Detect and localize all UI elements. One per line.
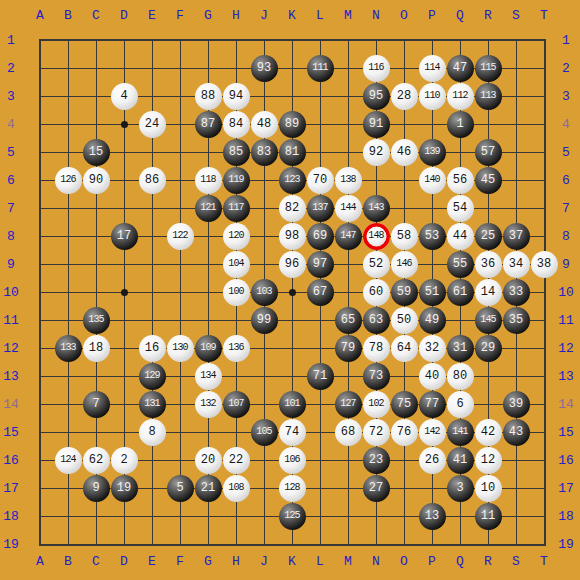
stone-R5: 57	[475, 139, 502, 166]
stone-M7: 144	[335, 195, 362, 222]
coordinate-label: 5	[562, 146, 570, 159]
coordinate-label: T	[540, 9, 548, 22]
stone-M8: 147	[335, 223, 362, 250]
stone-J2: 93	[251, 55, 278, 82]
coordinate-label: H	[232, 555, 240, 568]
coordinate-label: 6	[7, 174, 15, 187]
coordinate-label: 5	[7, 146, 15, 159]
stone-H12: 136	[223, 335, 250, 362]
coordinate-label: 9	[7, 258, 15, 271]
stone-C11: 135	[83, 307, 110, 334]
stone-H17: 108	[223, 475, 250, 502]
stone-J10: 103	[251, 279, 278, 306]
coordinate-label: 1	[562, 34, 570, 47]
stone-E14: 131	[139, 391, 166, 418]
stone-H5: 85	[223, 139, 250, 166]
stone-O3: 28	[391, 83, 418, 110]
stone-G13: 134	[195, 363, 222, 390]
stone-R17: 10	[475, 475, 502, 502]
stone-K17: 128	[279, 475, 306, 502]
stone-H9: 104	[223, 251, 250, 278]
stone-O8: 58	[391, 223, 418, 250]
stone-K5: 81	[279, 139, 306, 166]
stone-R10: 14	[475, 279, 502, 306]
stone-Q2: 47	[447, 55, 474, 82]
stone-K4: 89	[279, 111, 306, 138]
stone-S14: 39	[503, 391, 530, 418]
stone-N12: 78	[363, 335, 390, 362]
stone-C14: 7	[83, 391, 110, 418]
stone-Q14: 6	[447, 391, 474, 418]
coordinate-label: 15	[558, 426, 574, 439]
coordinate-label: 13	[3, 370, 19, 383]
stone-R15: 42	[475, 419, 502, 446]
coordinate-label: C	[92, 555, 100, 568]
stone-Q17: 3	[447, 475, 474, 502]
coordinate-label: F	[176, 9, 184, 22]
star-point	[121, 121, 128, 128]
coordinate-label: 17	[3, 482, 19, 495]
stone-P15: 142	[419, 419, 446, 446]
coordinate-label: 11	[558, 314, 574, 327]
stone-K14: 101	[279, 391, 306, 418]
stone-P10: 51	[419, 279, 446, 306]
stone-D8: 17	[111, 223, 138, 250]
stone-B16: 124	[55, 447, 82, 474]
stone-K16: 106	[279, 447, 306, 474]
coordinate-label: K	[288, 9, 296, 22]
stone-N4: 91	[363, 111, 390, 138]
stone-R18: 11	[475, 503, 502, 530]
stone-O10: 59	[391, 279, 418, 306]
coordinate-label: 10	[558, 286, 574, 299]
stone-H7: 117	[223, 195, 250, 222]
stone-N3: 95	[363, 83, 390, 110]
stone-L7: 137	[307, 195, 334, 222]
coordinate-label: 2	[562, 62, 570, 75]
coordinate-label: 7	[562, 202, 570, 215]
stone-L6: 70	[307, 167, 334, 194]
stone-R6: 45	[475, 167, 502, 194]
stone-R9: 36	[475, 251, 502, 278]
coordinate-label: 11	[3, 314, 19, 327]
stone-Q7: 54	[447, 195, 474, 222]
coordinate-label: 14	[558, 398, 574, 411]
stone-O15: 76	[391, 419, 418, 446]
stone-P13: 40	[419, 363, 446, 390]
coordinate-label: 13	[558, 370, 574, 383]
goban-grid[interactable]: 1234567891011121314151617181920212223242…	[26, 26, 558, 558]
stone-O5: 46	[391, 139, 418, 166]
stone-D17: 19	[111, 475, 138, 502]
stone-G17: 21	[195, 475, 222, 502]
stone-E6: 86	[139, 167, 166, 194]
stone-K7: 82	[279, 195, 306, 222]
stone-L8: 69	[307, 223, 334, 250]
stone-H8: 120	[223, 223, 250, 250]
stone-N10: 60	[363, 279, 390, 306]
stone-H6: 119	[223, 167, 250, 194]
stone-O11: 50	[391, 307, 418, 334]
coordinate-label: 19	[3, 538, 19, 551]
stone-S10: 33	[503, 279, 530, 306]
coordinate-label: R	[484, 9, 492, 22]
stone-G6: 118	[195, 167, 222, 194]
coordinate-label: O	[400, 555, 408, 568]
coordinate-label: Q	[456, 9, 464, 22]
stone-E12: 16	[139, 335, 166, 362]
stone-R2: 115	[475, 55, 502, 82]
stone-C6: 90	[83, 167, 110, 194]
stone-M14: 127	[335, 391, 362, 418]
stone-J15: 105	[251, 419, 278, 446]
stone-R8: 25	[475, 223, 502, 250]
stone-R3: 113	[475, 83, 502, 110]
stone-G16: 20	[195, 447, 222, 474]
coordinate-label: 16	[558, 454, 574, 467]
stone-Q13: 80	[447, 363, 474, 390]
stone-Q12: 31	[447, 335, 474, 362]
stone-C17: 9	[83, 475, 110, 502]
stone-P2: 114	[419, 55, 446, 82]
stone-Q10: 61	[447, 279, 474, 306]
coordinate-label: A	[36, 555, 44, 568]
stone-N9: 52	[363, 251, 390, 278]
coordinate-label: G	[204, 555, 212, 568]
stone-H3: 94	[223, 83, 250, 110]
stone-N13: 73	[363, 363, 390, 390]
stone-G14: 132	[195, 391, 222, 418]
coordinate-label: F	[176, 555, 184, 568]
stone-G12: 109	[195, 335, 222, 362]
stone-P11: 49	[419, 307, 446, 334]
stone-S15: 43	[503, 419, 530, 446]
stone-E4: 24	[139, 111, 166, 138]
stone-L13: 71	[307, 363, 334, 390]
stone-E15: 8	[139, 419, 166, 446]
stone-M15: 68	[335, 419, 362, 446]
coordinate-label: 4	[7, 118, 15, 131]
stone-N14: 102	[363, 391, 390, 418]
coordinate-label: H	[232, 9, 240, 22]
stone-H10: 100	[223, 279, 250, 306]
stone-L10: 67	[307, 279, 334, 306]
stone-T9: 38	[531, 251, 558, 278]
coordinate-label: 14	[3, 398, 19, 411]
stone-N16: 23	[363, 447, 390, 474]
coordinate-label: P	[428, 9, 436, 22]
coordinate-label: S	[512, 9, 520, 22]
stone-M11: 65	[335, 307, 362, 334]
stone-Q16: 41	[447, 447, 474, 474]
coordinate-label: 4	[562, 118, 570, 131]
stone-Q3: 112	[447, 83, 474, 110]
stone-J11: 99	[251, 307, 278, 334]
stone-C16: 62	[83, 447, 110, 474]
stone-S11: 35	[503, 307, 530, 334]
coordinate-label: 15	[3, 426, 19, 439]
stone-G3: 88	[195, 83, 222, 110]
coordinate-label: C	[92, 9, 100, 22]
stone-R12: 29	[475, 335, 502, 362]
stone-Q4: 1	[447, 111, 474, 138]
go-board-diagram: 1234567891011121314151617181920212223242…	[0, 0, 580, 580]
stone-S8: 37	[503, 223, 530, 250]
coordinate-label: D	[120, 555, 128, 568]
coordinate-label: N	[372, 9, 380, 22]
stone-J5: 83	[251, 139, 278, 166]
coordinate-label: 6	[562, 174, 570, 187]
coordinate-label: 18	[3, 510, 19, 523]
stone-K6: 123	[279, 167, 306, 194]
coordinate-label: J	[260, 555, 268, 568]
stone-O9: 146	[391, 251, 418, 278]
stone-P6: 140	[419, 167, 446, 194]
coordinate-label: Q	[456, 555, 464, 568]
stone-N15: 72	[363, 419, 390, 446]
coordinate-label: P	[428, 555, 436, 568]
stone-C5: 15	[83, 139, 110, 166]
coordinate-label: 8	[562, 230, 570, 243]
stone-N5: 92	[363, 139, 390, 166]
coordinate-label: J	[260, 9, 268, 22]
coordinate-label: E	[148, 9, 156, 22]
coordinate-label: N	[372, 555, 380, 568]
coordinate-label: 8	[7, 230, 15, 243]
stone-H14: 107	[223, 391, 250, 418]
coordinate-label: G	[204, 9, 212, 22]
star-point	[121, 289, 128, 296]
coordinate-label: O	[400, 9, 408, 22]
star-point	[289, 289, 296, 296]
coordinate-label: L	[316, 9, 324, 22]
stone-E13: 129	[139, 363, 166, 390]
stone-P18: 13	[419, 503, 446, 530]
stone-L9: 97	[307, 251, 334, 278]
stone-B6: 126	[55, 167, 82, 194]
stone-Q15: 141	[447, 419, 474, 446]
stone-F8: 122	[167, 223, 194, 250]
stone-K18: 125	[279, 503, 306, 530]
stone-H4: 84	[223, 111, 250, 138]
coordinate-label: 3	[7, 90, 15, 103]
stone-P16: 26	[419, 447, 446, 474]
coordinate-label: A	[36, 9, 44, 22]
stone-Q6: 56	[447, 167, 474, 194]
stone-P3: 110	[419, 83, 446, 110]
stone-N7: 143	[363, 195, 390, 222]
coordinate-label: B	[64, 9, 72, 22]
coordinate-label: D	[120, 9, 128, 22]
coordinate-label: T	[540, 555, 548, 568]
stone-D16: 2	[111, 447, 138, 474]
coordinate-label: M	[344, 9, 352, 22]
stone-L2: 111	[307, 55, 334, 82]
coordinate-label: B	[64, 555, 72, 568]
stone-P8: 53	[419, 223, 446, 250]
coordinate-label: E	[148, 555, 156, 568]
stone-K8: 98	[279, 223, 306, 250]
coordinate-label: 10	[3, 286, 19, 299]
coordinate-label: 7	[7, 202, 15, 215]
coordinate-label: 1	[7, 34, 15, 47]
coordinate-label: 18	[558, 510, 574, 523]
coordinate-label: 19	[558, 538, 574, 551]
coordinate-label: 12	[3, 342, 19, 355]
stone-R11: 145	[475, 307, 502, 334]
stone-O14: 75	[391, 391, 418, 418]
coordinate-label: K	[288, 555, 296, 568]
coordinate-label: 17	[558, 482, 574, 495]
stone-F17: 5	[167, 475, 194, 502]
coordinate-label: S	[512, 555, 520, 568]
stone-M12: 79	[335, 335, 362, 362]
coordinate-label: M	[344, 555, 352, 568]
stone-M6: 138	[335, 167, 362, 194]
coordinate-label: 9	[562, 258, 570, 271]
stone-N17: 27	[363, 475, 390, 502]
coordinate-label: R	[484, 555, 492, 568]
coordinate-label: 12	[558, 342, 574, 355]
stone-G4: 87	[195, 111, 222, 138]
stone-C12: 18	[83, 335, 110, 362]
stone-P5: 139	[419, 139, 446, 166]
stone-S9: 34	[503, 251, 530, 278]
stone-K9: 96	[279, 251, 306, 278]
stone-Q8: 44	[447, 223, 474, 250]
stone-P12: 32	[419, 335, 446, 362]
stone-Q9: 55	[447, 251, 474, 278]
stone-J4: 48	[251, 111, 278, 138]
coordinate-label: 3	[562, 90, 570, 103]
stone-D3: 4	[111, 83, 138, 110]
stone-N11: 63	[363, 307, 390, 334]
coordinate-label: 16	[3, 454, 19, 467]
coordinate-label: 2	[7, 62, 15, 75]
stone-P14: 77	[419, 391, 446, 418]
stone-R16: 12	[475, 447, 502, 474]
stone-G7: 121	[195, 195, 222, 222]
stone-N2: 116	[363, 55, 390, 82]
stone-N8-last-move: 148	[363, 223, 390, 250]
stone-F12: 130	[167, 335, 194, 362]
stone-B12: 133	[55, 335, 82, 362]
coordinate-label: L	[316, 555, 324, 568]
stone-H16: 22	[223, 447, 250, 474]
stone-K15: 74	[279, 419, 306, 446]
stone-O12: 64	[391, 335, 418, 362]
